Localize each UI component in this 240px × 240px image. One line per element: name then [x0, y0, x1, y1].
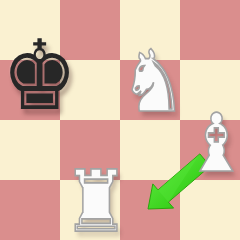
white-bishop[interactable]: ♝	[185, 104, 240, 185]
white-knight[interactable]: ♞	[120, 39, 180, 124]
white-rook[interactable]: ♜	[63, 159, 123, 240]
chess-board: ♚♞♝♜	[0, 0, 240, 240]
black-king[interactable]: ♚	[2, 27, 62, 124]
